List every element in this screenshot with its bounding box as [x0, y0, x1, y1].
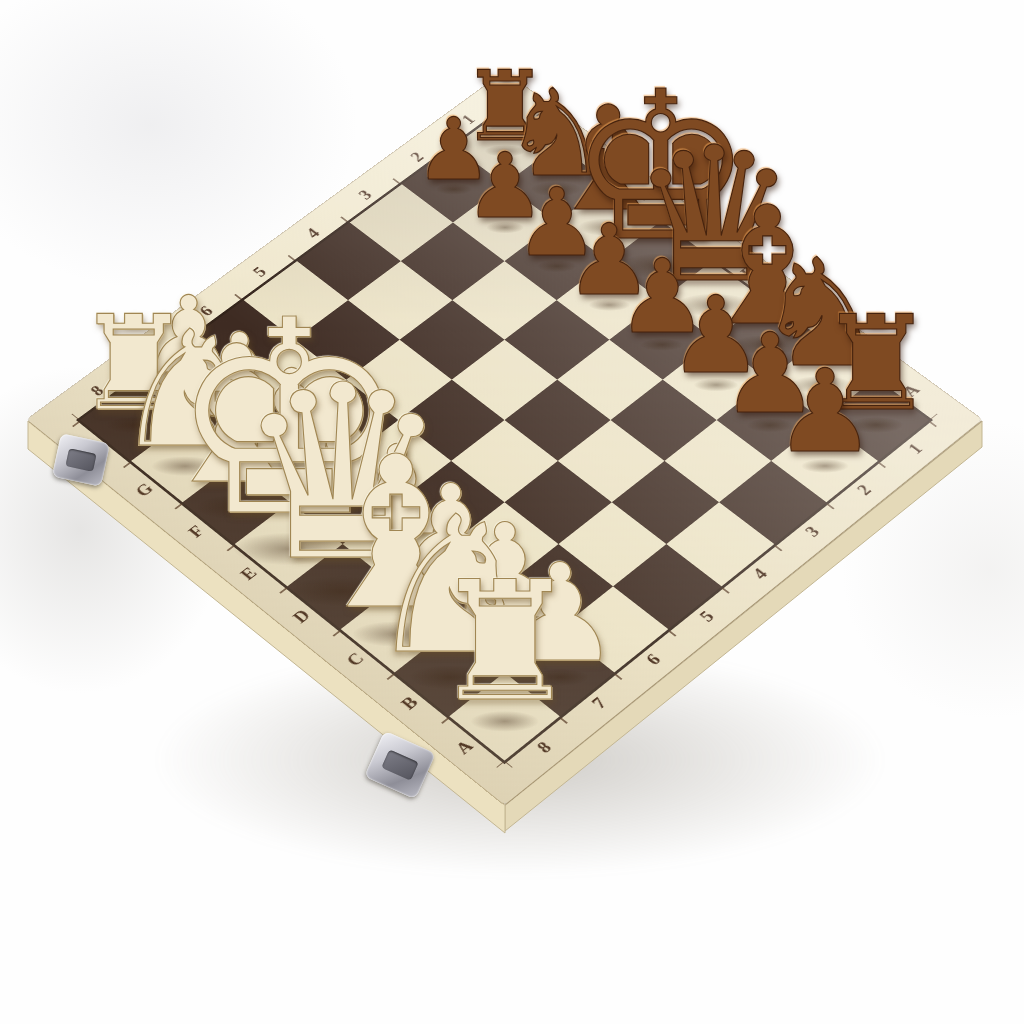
clasp-slot: [382, 749, 419, 780]
chess-set-photo: HGFEDCBA HGFEDCBA 12345678 12345678 ♜♞♝♚…: [0, 0, 1024, 1024]
clasp-slot: [65, 448, 96, 471]
